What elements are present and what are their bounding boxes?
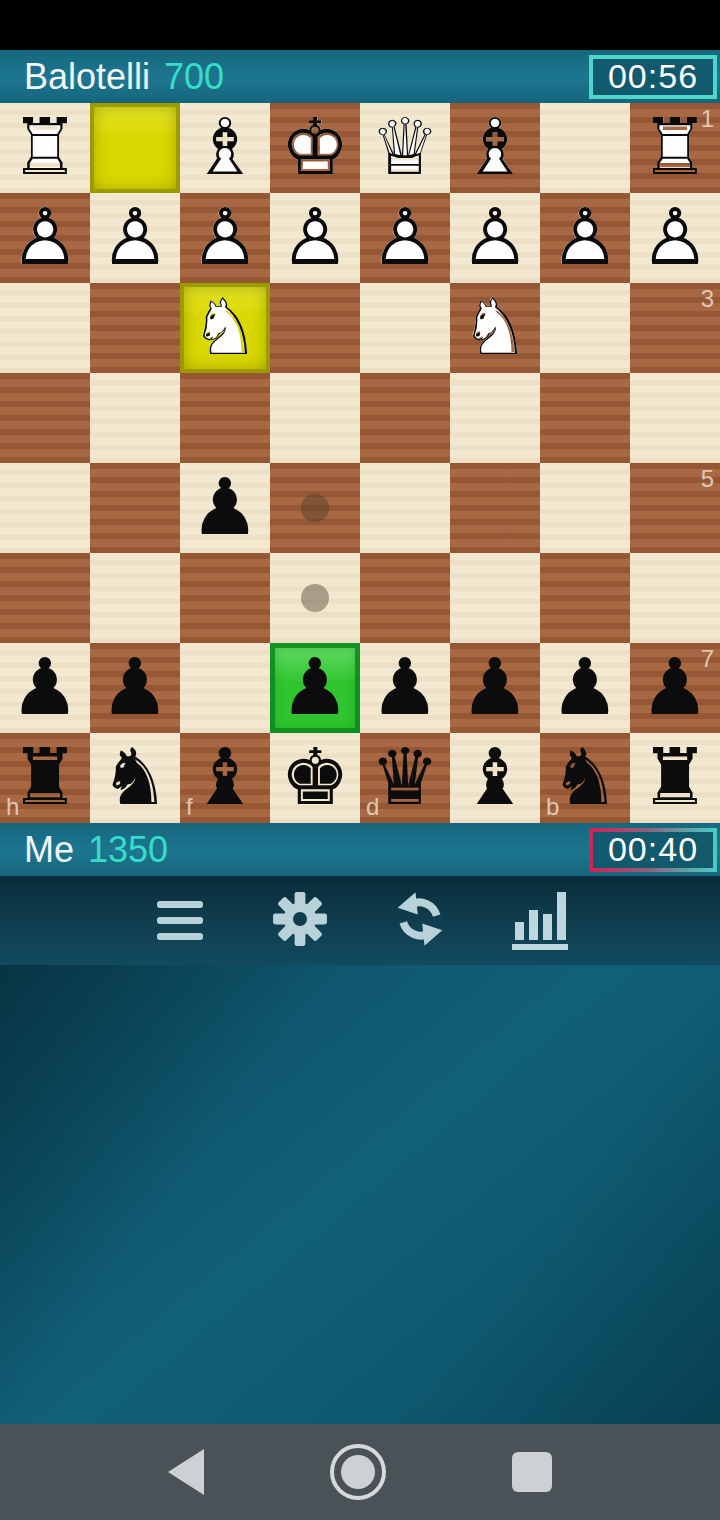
square[interactable] xyxy=(450,283,540,373)
file-label: h xyxy=(6,793,19,821)
piece-bP[interactable] xyxy=(450,643,540,733)
square[interactable] xyxy=(0,373,90,463)
home-icon[interactable] xyxy=(330,1444,386,1500)
square[interactable] xyxy=(180,373,270,463)
player-name: Me xyxy=(24,829,74,871)
piece-bB[interactable] xyxy=(180,733,270,823)
square[interactable] xyxy=(270,283,360,373)
settings-gear-icon xyxy=(272,891,328,951)
player-clock: 00:40 xyxy=(589,828,717,872)
piece-wR[interactable] xyxy=(0,103,90,193)
square[interactable] xyxy=(90,733,180,823)
app-screen: Balotelli 700 00:56 1357hfdb Me 1350 00:… xyxy=(0,0,720,1520)
square[interactable] xyxy=(450,553,540,643)
piece-bP[interactable] xyxy=(540,643,630,733)
square[interactable] xyxy=(270,103,360,193)
square[interactable] xyxy=(0,193,90,283)
square[interactable] xyxy=(180,103,270,193)
square[interactable] xyxy=(0,553,90,643)
piece-wP[interactable] xyxy=(360,193,450,283)
opponent-clock: 00:56 xyxy=(589,55,717,99)
square[interactable] xyxy=(90,643,180,733)
piece-bP[interactable] xyxy=(180,463,270,553)
opponent-rating: 700 xyxy=(164,56,224,98)
piece-bP[interactable] xyxy=(360,643,450,733)
square[interactable] xyxy=(630,733,720,823)
square[interactable] xyxy=(0,643,90,733)
file-label: d xyxy=(366,793,379,821)
square[interactable] xyxy=(270,733,360,823)
piece-wP[interactable] xyxy=(90,193,180,283)
piece-wB[interactable] xyxy=(180,103,270,193)
square[interactable]: b xyxy=(540,733,630,823)
square[interactable] xyxy=(360,553,450,643)
opponent-bar: Balotelli 700 00:56 xyxy=(0,50,720,103)
square[interactable] xyxy=(360,643,450,733)
piece-wQ[interactable] xyxy=(360,103,450,193)
square[interactable] xyxy=(360,193,450,283)
square[interactable] xyxy=(90,553,180,643)
piece-bP[interactable] xyxy=(90,643,180,733)
opponent-clock-time: 00:56 xyxy=(608,57,698,96)
square[interactable] xyxy=(630,553,720,643)
square[interactable] xyxy=(270,553,360,643)
player-bar: Me 1350 00:40 xyxy=(0,823,720,876)
square[interactable] xyxy=(180,553,270,643)
player-rating: 1350 xyxy=(88,829,168,871)
piece-bK[interactable] xyxy=(270,733,360,823)
square[interactable] xyxy=(270,193,360,283)
status-bar xyxy=(0,0,720,50)
stats-chart-icon xyxy=(512,892,568,950)
square[interactable] xyxy=(270,643,360,733)
square[interactable] xyxy=(540,283,630,373)
square[interactable] xyxy=(180,283,270,373)
square[interactable] xyxy=(180,193,270,283)
square[interactable]: f xyxy=(180,733,270,823)
square[interactable] xyxy=(450,463,540,553)
piece-wB[interactable] xyxy=(450,103,540,193)
rank-label: 5 xyxy=(701,465,714,493)
piece-wP[interactable] xyxy=(450,193,540,283)
square[interactable] xyxy=(90,283,180,373)
square[interactable] xyxy=(540,103,630,193)
square[interactable]: h xyxy=(0,733,90,823)
piece-bR[interactable] xyxy=(630,733,720,823)
square[interactable] xyxy=(90,373,180,463)
square[interactable]: 7 xyxy=(630,643,720,733)
piece-bN[interactable] xyxy=(90,733,180,823)
square[interactable] xyxy=(0,463,90,553)
player-clock-time: 00:40 xyxy=(608,830,698,869)
square[interactable] xyxy=(450,373,540,463)
square[interactable] xyxy=(90,463,180,553)
square[interactable] xyxy=(90,103,180,193)
file-label: f xyxy=(186,793,193,821)
square[interactable] xyxy=(630,193,720,283)
piece-bB[interactable] xyxy=(450,733,540,823)
square[interactable] xyxy=(450,733,540,823)
stats-button[interactable] xyxy=(511,892,569,950)
piece-bP[interactable] xyxy=(270,643,360,733)
square[interactable] xyxy=(540,553,630,643)
toolbar xyxy=(0,876,720,965)
opponent-name: Balotelli xyxy=(24,56,150,98)
piece-wP[interactable] xyxy=(540,193,630,283)
square[interactable]: 5 xyxy=(630,463,720,553)
piece-wP[interactable] xyxy=(630,193,720,283)
menu-button[interactable] xyxy=(151,892,209,950)
background-area xyxy=(0,965,720,1424)
settings-button[interactable] xyxy=(271,892,329,950)
menu-icon xyxy=(157,901,203,940)
rank-label: 3 xyxy=(701,285,714,313)
square[interactable] xyxy=(360,373,450,463)
square[interactable] xyxy=(0,103,90,193)
player-info: Me 1350 xyxy=(24,829,589,871)
piece-wN[interactable] xyxy=(450,283,540,373)
square[interactable] xyxy=(180,643,270,733)
file-label: b xyxy=(546,793,559,821)
flip-board-button[interactable] xyxy=(391,892,449,950)
flip-board-icon xyxy=(391,890,449,952)
square[interactable] xyxy=(540,643,630,733)
square[interactable] xyxy=(0,283,90,373)
move-hint-dot[interactable] xyxy=(301,584,329,612)
chess-board[interactable]: 1357hfdb xyxy=(0,103,720,823)
rank-label: 7 xyxy=(701,645,714,673)
square[interactable] xyxy=(450,643,540,733)
piece-wP[interactable] xyxy=(270,193,360,283)
rank-label: 1 xyxy=(701,105,714,133)
square[interactable]: d xyxy=(360,733,450,823)
piece-wP[interactable] xyxy=(180,193,270,283)
opponent-info: Balotelli 700 xyxy=(24,56,589,98)
square[interactable] xyxy=(540,463,630,553)
square[interactable] xyxy=(540,373,630,463)
square[interactable]: 3 xyxy=(630,283,720,373)
move-hint-dot[interactable] xyxy=(301,494,329,522)
android-nav-bar xyxy=(0,1424,720,1520)
piece-wN[interactable] xyxy=(180,283,270,373)
recents-icon[interactable] xyxy=(512,1452,552,1492)
square[interactable] xyxy=(360,463,450,553)
square[interactable] xyxy=(630,373,720,463)
square[interactable] xyxy=(270,463,360,553)
piece-wK[interactable] xyxy=(270,103,360,193)
back-icon[interactable] xyxy=(168,1449,204,1495)
square[interactable] xyxy=(450,103,540,193)
square[interactable] xyxy=(540,193,630,283)
piece-bP[interactable] xyxy=(0,643,90,733)
square[interactable] xyxy=(180,463,270,553)
square[interactable]: 1 xyxy=(630,103,720,193)
piece-wP[interactable] xyxy=(0,193,90,283)
square[interactable] xyxy=(270,373,360,463)
square[interactable] xyxy=(360,103,450,193)
square[interactable] xyxy=(360,283,450,373)
square[interactable] xyxy=(90,193,180,283)
square[interactable] xyxy=(450,193,540,283)
